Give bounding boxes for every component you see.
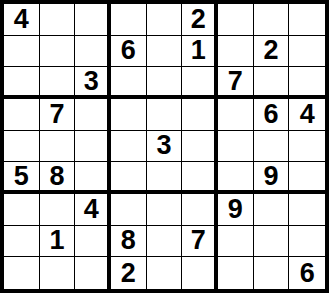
cell-r9c9-given-6[interactable]: 6 xyxy=(289,257,325,289)
cell-r6c5-empty[interactable] xyxy=(147,162,183,194)
cell-r9c2-empty[interactable] xyxy=(40,257,76,289)
cell-r3c1-empty[interactable] xyxy=(4,67,40,99)
cell-r8c3-empty[interactable] xyxy=(75,226,111,258)
cell-r2c9-empty[interactable] xyxy=(289,36,325,68)
cell-r1c7-empty[interactable] xyxy=(218,4,254,36)
cell-r5c8-empty[interactable] xyxy=(254,131,290,163)
cell-r8c7-empty[interactable] xyxy=(218,226,254,258)
cell-r8c4-given-8[interactable]: 8 xyxy=(111,226,147,258)
cell-r6c3-empty[interactable] xyxy=(75,162,111,194)
cell-r2c1-empty[interactable] xyxy=(4,36,40,68)
cell-r6c4-empty[interactable] xyxy=(111,162,147,194)
cell-r1c5-empty[interactable] xyxy=(147,4,183,36)
cell-r7c7-given-9[interactable]: 9 xyxy=(218,194,254,226)
cell-r4c4-empty[interactable] xyxy=(111,99,147,131)
cell-r6c7-empty[interactable] xyxy=(218,162,254,194)
cell-r3c8-empty[interactable] xyxy=(254,67,290,99)
cell-r5c6-empty[interactable] xyxy=(182,131,218,163)
cell-r8c9-empty[interactable] xyxy=(289,226,325,258)
cell-r9c5-empty[interactable] xyxy=(147,257,183,289)
cell-r3c3-given-3[interactable]: 3 xyxy=(75,67,111,99)
cell-r9c3-empty[interactable] xyxy=(75,257,111,289)
cell-r7c6-empty[interactable] xyxy=(182,194,218,226)
cell-r9c7-empty[interactable] xyxy=(218,257,254,289)
cell-r5c7-empty[interactable] xyxy=(218,131,254,163)
cell-r9c8-empty[interactable] xyxy=(254,257,290,289)
cell-r5c3-empty[interactable] xyxy=(75,131,111,163)
cell-r2c6-given-1[interactable]: 1 xyxy=(182,36,218,68)
cell-r3c7-given-7[interactable]: 7 xyxy=(218,67,254,99)
cell-r4c3-empty[interactable] xyxy=(75,99,111,131)
cell-r9c4-given-2[interactable]: 2 xyxy=(111,257,147,289)
cell-r6c6-empty[interactable] xyxy=(182,162,218,194)
cell-r7c9-empty[interactable] xyxy=(289,194,325,226)
cell-r8c1-empty[interactable] xyxy=(4,226,40,258)
cell-r2c3-empty[interactable] xyxy=(75,36,111,68)
cell-r8c5-empty[interactable] xyxy=(147,226,183,258)
cell-r7c5-empty[interactable] xyxy=(147,194,183,226)
cell-r5c2-empty[interactable] xyxy=(40,131,76,163)
cell-r6c1-given-5[interactable]: 5 xyxy=(4,162,40,194)
cell-r7c8-empty[interactable] xyxy=(254,194,290,226)
cell-r1c9-empty[interactable] xyxy=(289,4,325,36)
cell-r3c4-empty[interactable] xyxy=(111,67,147,99)
cell-r5c9-empty[interactable] xyxy=(289,131,325,163)
sudoku-board: 426123776435894918726 xyxy=(0,0,329,293)
cell-r8c6-given-7[interactable]: 7 xyxy=(182,226,218,258)
cell-r2c8-given-2[interactable]: 2 xyxy=(254,36,290,68)
cell-r2c2-empty[interactable] xyxy=(40,36,76,68)
cell-r2c4-given-6[interactable]: 6 xyxy=(111,36,147,68)
cell-r9c6-empty[interactable] xyxy=(182,257,218,289)
cell-r1c4-empty[interactable] xyxy=(111,4,147,36)
cell-r2c5-empty[interactable] xyxy=(147,36,183,68)
cell-r3c6-empty[interactable] xyxy=(182,67,218,99)
cell-r7c3-given-4[interactable]: 4 xyxy=(75,194,111,226)
cell-r1c3-empty[interactable] xyxy=(75,4,111,36)
cell-r7c2-empty[interactable] xyxy=(40,194,76,226)
cell-r4c5-empty[interactable] xyxy=(147,99,183,131)
cell-r5c5-given-3[interactable]: 3 xyxy=(147,131,183,163)
cell-r6c2-given-8[interactable]: 8 xyxy=(40,162,76,194)
cell-r7c4-empty[interactable] xyxy=(111,194,147,226)
cell-r7c1-empty[interactable] xyxy=(4,194,40,226)
cell-r4c6-empty[interactable] xyxy=(182,99,218,131)
cell-r4c9-given-4[interactable]: 4 xyxy=(289,99,325,131)
cell-r2c7-empty[interactable] xyxy=(218,36,254,68)
cell-r9c1-empty[interactable] xyxy=(4,257,40,289)
cell-r4c1-empty[interactable] xyxy=(4,99,40,131)
cell-r1c6-given-2[interactable]: 2 xyxy=(182,4,218,36)
cell-r6c9-empty[interactable] xyxy=(289,162,325,194)
cell-r1c1-given-4[interactable]: 4 xyxy=(4,4,40,36)
cell-r5c4-empty[interactable] xyxy=(111,131,147,163)
cell-r5c1-empty[interactable] xyxy=(4,131,40,163)
cell-r8c8-empty[interactable] xyxy=(254,226,290,258)
cell-r4c7-empty[interactable] xyxy=(218,99,254,131)
cell-r3c9-empty[interactable] xyxy=(289,67,325,99)
cell-r6c8-given-9[interactable]: 9 xyxy=(254,162,290,194)
cell-r4c2-given-7[interactable]: 7 xyxy=(40,99,76,131)
cell-r1c2-empty[interactable] xyxy=(40,4,76,36)
cell-r3c2-empty[interactable] xyxy=(40,67,76,99)
cell-r3c5-empty[interactable] xyxy=(147,67,183,99)
cell-r1c8-empty[interactable] xyxy=(254,4,290,36)
cell-r8c2-given-1[interactable]: 1 xyxy=(40,226,76,258)
cell-r4c8-given-6[interactable]: 6 xyxy=(254,99,290,131)
